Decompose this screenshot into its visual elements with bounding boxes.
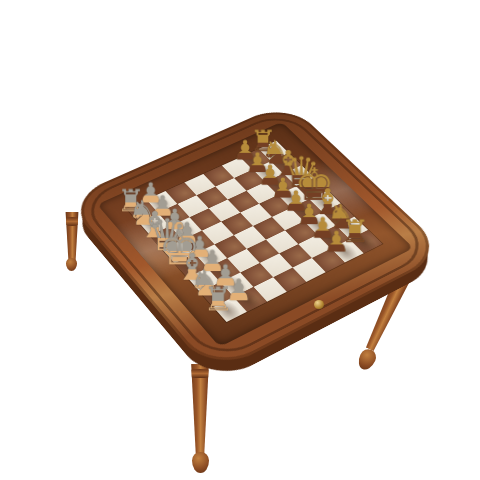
table-leg-right-foot — [355, 347, 378, 373]
piece-white-rook: ♜♜ — [213, 297, 247, 322]
chess-table-scene: ♜♜♞♞♝♝♛♛♚♚♝♝♞♞♜♜♟♟♟♟♟♟♟♟♟♟♟♟♟♟♟♟♟♟♟♟♟♟♟♟… — [0, 0, 480, 480]
drawer-knob — [314, 300, 324, 309]
board-frame: ♜♜♞♞♝♝♛♛♚♚♝♝♞♞♜♜♟♟♟♟♟♟♟♟♟♟♟♟♟♟♟♟♟♟♟♟♟♟♟♟… — [97, 122, 414, 347]
table-top: ♜♜♞♞♝♝♛♛♚♚♝♝♞♞♜♜♟♟♟♟♟♟♟♟♟♟♟♟♟♟♟♟♟♟♟♟♟♟♟♟… — [65, 102, 448, 375]
square-h1: ♜♜ — [213, 297, 247, 322]
table-leg-front — [187, 364, 213, 456]
table-leg-front-foot — [192, 452, 209, 473]
table-top-3d: ♜♜♞♞♝♝♛♛♚♚♝♝♞♞♜♜♟♟♟♟♟♟♟♟♟♟♟♟♟♟♟♟♟♟♟♟♟♟♟♟… — [65, 102, 448, 375]
table-leg-left-foot — [66, 258, 77, 271]
table-leg-left — [64, 212, 80, 262]
